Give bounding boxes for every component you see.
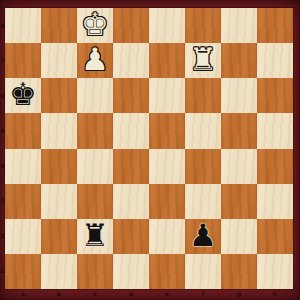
- square-d5[interactable]: [113, 113, 149, 148]
- rank-label-6: 6: [0, 93, 5, 99]
- square-h3[interactable]: [257, 184, 293, 219]
- square-f1[interactable]: [185, 254, 221, 289]
- square-g2[interactable]: [221, 219, 257, 254]
- square-a3[interactable]: [5, 184, 41, 219]
- square-b2[interactable]: [41, 219, 77, 254]
- rank-label-8: 8: [0, 23, 5, 29]
- square-g6[interactable]: [221, 78, 257, 113]
- board-frame: ♚♟♜♚♜♟ 87654321abcdefgh: [0, 0, 300, 300]
- square-f5[interactable]: [185, 113, 221, 148]
- square-e7[interactable]: [149, 43, 185, 78]
- square-b4[interactable]: [41, 149, 77, 184]
- square-e3[interactable]: [149, 184, 185, 219]
- square-d2[interactable]: [113, 219, 149, 254]
- square-b3[interactable]: [41, 184, 77, 219]
- square-f2[interactable]: ♟: [185, 219, 221, 254]
- file-label-a: a: [5, 290, 41, 298]
- square-d8[interactable]: [113, 8, 149, 43]
- file-label-h: h: [257, 290, 293, 298]
- square-g4[interactable]: [221, 149, 257, 184]
- square-a6[interactable]: ♚: [5, 78, 41, 113]
- square-b6[interactable]: [41, 78, 77, 113]
- square-g5[interactable]: [221, 113, 257, 148]
- square-h4[interactable]: [257, 149, 293, 184]
- square-e4[interactable]: [149, 149, 185, 184]
- square-c1[interactable]: [77, 254, 113, 289]
- piece-black-pawn[interactable]: ♟: [189, 220, 217, 251]
- square-e1[interactable]: [149, 254, 185, 289]
- square-h7[interactable]: [257, 43, 293, 78]
- square-f4[interactable]: [185, 149, 221, 184]
- file-label-e: e: [149, 290, 185, 298]
- square-c3[interactable]: [77, 184, 113, 219]
- square-e5[interactable]: [149, 113, 185, 148]
- square-c4[interactable]: [77, 149, 113, 184]
- square-g3[interactable]: [221, 184, 257, 219]
- square-b8[interactable]: [41, 8, 77, 43]
- square-e2[interactable]: [149, 219, 185, 254]
- file-label-d: d: [113, 290, 149, 298]
- chess-board: ♚♟♜♚♜♟: [5, 8, 293, 289]
- square-h8[interactable]: [257, 8, 293, 43]
- square-c2[interactable]: ♜: [77, 219, 113, 254]
- square-b1[interactable]: [41, 254, 77, 289]
- rank-label-1: 1: [0, 268, 5, 274]
- piece-black-rook[interactable]: ♜: [81, 220, 109, 251]
- square-e6[interactable]: [149, 78, 185, 113]
- rank-label-4: 4: [0, 163, 5, 169]
- square-f7[interactable]: ♜: [185, 43, 221, 78]
- square-c8[interactable]: ♚: [77, 8, 113, 43]
- square-b5[interactable]: [41, 113, 77, 148]
- square-a7[interactable]: [5, 43, 41, 78]
- square-a8[interactable]: [5, 8, 41, 43]
- file-label-f: f: [185, 290, 221, 298]
- square-f3[interactable]: [185, 184, 221, 219]
- square-b7[interactable]: [41, 43, 77, 78]
- square-a1[interactable]: [5, 254, 41, 289]
- rank-label-3: 3: [0, 198, 5, 204]
- square-h5[interactable]: [257, 113, 293, 148]
- square-g7[interactable]: [221, 43, 257, 78]
- square-d1[interactable]: [113, 254, 149, 289]
- rank-label-5: 5: [0, 128, 5, 134]
- square-c7[interactable]: ♟: [77, 43, 113, 78]
- square-a4[interactable]: [5, 149, 41, 184]
- square-g8[interactable]: [221, 8, 257, 43]
- square-h2[interactable]: [257, 219, 293, 254]
- piece-black-king[interactable]: ♚: [9, 79, 37, 110]
- square-a2[interactable]: [5, 219, 41, 254]
- rank-label-2: 2: [0, 233, 5, 239]
- square-d3[interactable]: [113, 184, 149, 219]
- piece-white-pawn[interactable]: ♟: [81, 44, 109, 75]
- square-a5[interactable]: [5, 113, 41, 148]
- square-c5[interactable]: [77, 113, 113, 148]
- square-h1[interactable]: [257, 254, 293, 289]
- file-label-b: b: [41, 290, 77, 298]
- file-label-g: g: [221, 290, 257, 298]
- square-f6[interactable]: [185, 78, 221, 113]
- piece-white-king[interactable]: ♚: [81, 9, 109, 40]
- square-h6[interactable]: [257, 78, 293, 113]
- square-d4[interactable]: [113, 149, 149, 184]
- file-label-c: c: [77, 290, 113, 298]
- rank-label-7: 7: [0, 58, 5, 64]
- square-d7[interactable]: [113, 43, 149, 78]
- square-d6[interactable]: [113, 78, 149, 113]
- piece-white-rook[interactable]: ♜: [189, 44, 217, 75]
- square-e8[interactable]: [149, 8, 185, 43]
- square-f8[interactable]: [185, 8, 221, 43]
- square-c6[interactable]: [77, 78, 113, 113]
- square-g1[interactable]: [221, 254, 257, 289]
